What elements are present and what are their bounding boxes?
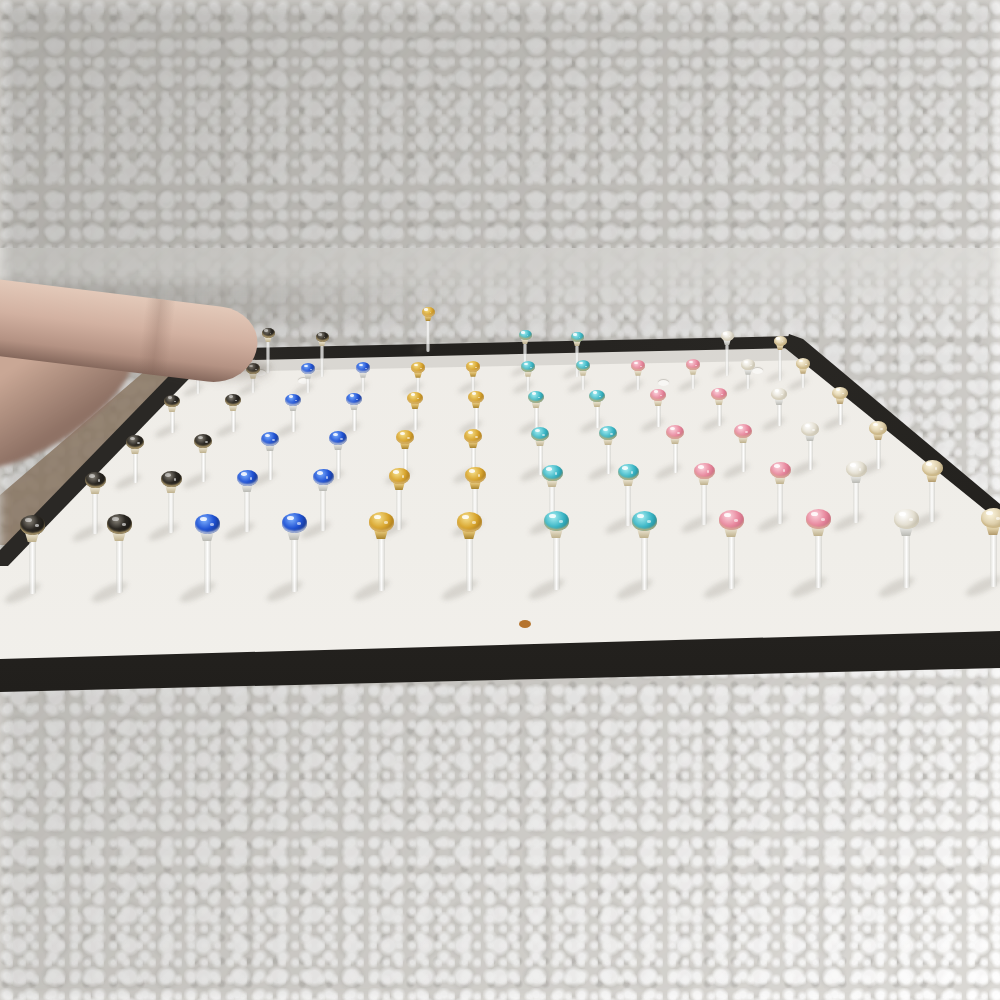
stud-crystal bbox=[346, 393, 362, 405]
stud-peg-stem bbox=[625, 484, 631, 526]
stud-peg-stem bbox=[903, 534, 910, 588]
foam-mark-3 bbox=[752, 368, 763, 374]
stud-peg-stem bbox=[29, 540, 36, 594]
stud-peg-stem bbox=[361, 376, 365, 392]
stud-peg-stem bbox=[201, 451, 206, 482]
stud-crystal bbox=[599, 426, 617, 440]
stud-crystal bbox=[801, 422, 819, 436]
stud-peg-stem bbox=[266, 341, 270, 373]
stud-peg-stem bbox=[268, 449, 273, 480]
stud-crystal bbox=[161, 471, 182, 487]
stud-peg-stem bbox=[808, 439, 813, 470]
stud-crystal bbox=[519, 330, 532, 340]
stud-peg-stem bbox=[581, 374, 585, 390]
stud-peg-stem bbox=[352, 408, 357, 431]
stud-crystal bbox=[194, 434, 212, 448]
stud-peg-stem bbox=[777, 403, 782, 426]
stud-peg-stem bbox=[426, 320, 430, 352]
stud-crystal bbox=[465, 467, 486, 483]
stud-crystal bbox=[20, 515, 45, 535]
stud-crystal bbox=[544, 511, 569, 531]
stud-peg-stem bbox=[204, 539, 211, 593]
stud-crystal bbox=[832, 387, 848, 399]
stud-peg-stem bbox=[929, 480, 935, 522]
stud-crystal bbox=[666, 425, 684, 439]
stud-peg-stem bbox=[534, 406, 539, 429]
stud-crystal bbox=[771, 388, 787, 400]
stud-crystal bbox=[262, 328, 275, 338]
stud-crystal bbox=[282, 513, 307, 533]
stud-peg-stem bbox=[133, 452, 138, 483]
stud-crystal bbox=[126, 435, 144, 449]
stud-crystal bbox=[632, 511, 657, 531]
stud-peg-stem bbox=[728, 535, 735, 589]
stud-crystal bbox=[237, 470, 258, 486]
stud-peg-stem bbox=[838, 402, 843, 425]
stud-peg-stem bbox=[416, 376, 420, 392]
stud-crystal bbox=[285, 394, 301, 406]
stud-crystal bbox=[329, 431, 347, 445]
stud-peg-stem bbox=[291, 538, 298, 592]
stud-crystal bbox=[85, 472, 106, 488]
stud-crystal bbox=[389, 468, 410, 484]
stud-peg-stem bbox=[196, 378, 200, 394]
stud-crystal bbox=[457, 512, 482, 532]
stud-crystal bbox=[542, 465, 563, 481]
stud-crystal bbox=[107, 514, 132, 534]
stud-crystal bbox=[164, 395, 180, 407]
stain-spot bbox=[519, 620, 531, 628]
stud-crystal bbox=[422, 307, 435, 317]
photo-scene bbox=[0, 0, 1000, 1000]
stud-crystal bbox=[806, 509, 831, 529]
stud-peg-stem bbox=[691, 373, 695, 389]
stud-crystal bbox=[464, 429, 482, 443]
stud-peg-stem bbox=[595, 405, 600, 428]
stud-crystal bbox=[589, 390, 605, 402]
stud-peg-stem bbox=[876, 438, 881, 469]
stud-crystal bbox=[316, 332, 329, 342]
stud-peg-stem bbox=[251, 377, 255, 393]
stud-peg-stem bbox=[244, 490, 250, 532]
stud-crystal bbox=[922, 460, 943, 476]
stud-peg-stem bbox=[717, 403, 722, 426]
stud-crystal bbox=[225, 394, 241, 406]
stud-peg-stem bbox=[746, 373, 750, 389]
stud-peg-stem bbox=[777, 482, 783, 524]
stud-crystal bbox=[369, 512, 394, 532]
stud-crystal bbox=[694, 463, 715, 479]
stud-peg-stem bbox=[466, 537, 473, 591]
stud-crystal bbox=[396, 430, 414, 444]
stud-crystal bbox=[468, 391, 484, 403]
stud-peg-stem bbox=[801, 372, 805, 388]
stud-peg-stem bbox=[673, 442, 678, 473]
stud-crystal bbox=[528, 391, 544, 403]
stud-peg-stem bbox=[656, 404, 661, 427]
stud-peg-stem bbox=[413, 407, 418, 430]
stud-peg-stem bbox=[170, 410, 175, 433]
stud-crystal bbox=[711, 388, 727, 400]
stud-peg-stem bbox=[306, 377, 310, 393]
stud-peg-stem bbox=[606, 443, 611, 474]
stud-peg-stem bbox=[636, 374, 640, 390]
stud-peg-stem bbox=[291, 409, 296, 432]
stud-crystal bbox=[774, 336, 787, 346]
stud-peg-stem bbox=[474, 406, 479, 429]
stud-peg-stem bbox=[853, 481, 859, 523]
stud-peg-stem bbox=[320, 489, 326, 531]
stud-crystal bbox=[846, 461, 867, 477]
stud-peg-stem bbox=[990, 533, 997, 587]
stud-crystal bbox=[313, 469, 334, 485]
stud-peg-stem bbox=[92, 492, 98, 534]
stud-peg-stem bbox=[320, 345, 324, 377]
stud-crystal bbox=[721, 331, 734, 341]
stud-crystal bbox=[770, 462, 791, 478]
stud-peg-stem bbox=[725, 344, 729, 376]
stud-peg-stem bbox=[526, 375, 530, 391]
stud-crystal bbox=[869, 421, 887, 435]
stud-crystal bbox=[618, 464, 639, 480]
stud-crystal bbox=[981, 508, 1000, 528]
foam-mark-2 bbox=[658, 380, 669, 386]
stud-peg-stem bbox=[396, 488, 402, 530]
stud-crystal bbox=[571, 332, 584, 342]
stud-peg-stem bbox=[231, 409, 236, 432]
stud-crystal bbox=[261, 432, 279, 446]
stud-peg-stem bbox=[471, 375, 475, 391]
stud-peg-stem bbox=[553, 536, 560, 590]
stud-crystal bbox=[407, 392, 423, 404]
stud-peg-stem bbox=[701, 483, 707, 525]
stud-peg-stem bbox=[168, 491, 174, 533]
stud-peg-stem bbox=[336, 448, 341, 479]
stud-peg-stem bbox=[778, 349, 782, 381]
stud-peg-stem bbox=[641, 536, 648, 590]
stud-crystal bbox=[531, 427, 549, 441]
stud-peg-stem bbox=[116, 539, 123, 593]
stud-crystal bbox=[894, 509, 919, 529]
stud-crystal bbox=[734, 424, 752, 438]
stud-peg-stem bbox=[741, 441, 746, 472]
stud-peg-stem bbox=[815, 534, 822, 588]
stud-crystal bbox=[650, 389, 666, 401]
stud-crystal bbox=[719, 510, 744, 530]
stud-crystal bbox=[195, 514, 220, 534]
stud-peg-stem bbox=[378, 537, 385, 591]
